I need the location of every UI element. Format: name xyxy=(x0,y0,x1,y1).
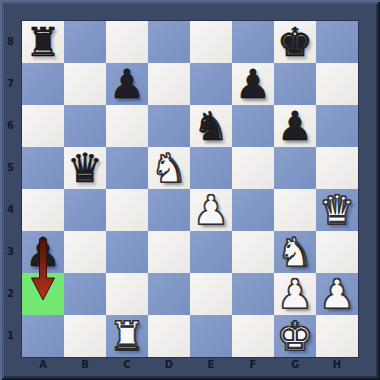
square-e3[interactable] xyxy=(190,231,232,273)
square-c7[interactable]: ♟ xyxy=(106,63,148,105)
square-f1[interactable] xyxy=(232,315,274,357)
square-h4[interactable]: ♛ xyxy=(316,189,358,231)
rank-label-2: 2 xyxy=(2,273,19,315)
square-a7[interactable] xyxy=(22,63,64,105)
square-d3[interactable] xyxy=(148,231,190,273)
square-g8[interactable]: ♚ xyxy=(274,21,316,63)
square-f5[interactable] xyxy=(232,147,274,189)
black-king[interactable]: ♚ xyxy=(277,22,313,62)
black-pawn[interactable]: ♟ xyxy=(277,106,313,146)
square-h1[interactable] xyxy=(316,315,358,357)
square-c8[interactable] xyxy=(106,21,148,63)
square-d1[interactable] xyxy=(148,315,190,357)
square-a4[interactable] xyxy=(22,189,64,231)
rank-label-7: 7 xyxy=(2,63,19,105)
square-f2[interactable] xyxy=(232,273,274,315)
square-f3[interactable] xyxy=(232,231,274,273)
file-label-e: E xyxy=(190,358,232,372)
square-a3[interactable]: ♟ xyxy=(22,231,64,273)
square-f6[interactable] xyxy=(232,105,274,147)
square-d5[interactable]: ♞ xyxy=(148,147,190,189)
square-e2[interactable] xyxy=(190,273,232,315)
square-b8[interactable] xyxy=(64,21,106,63)
rank-label-8: 8 xyxy=(2,21,19,63)
square-d4[interactable] xyxy=(148,189,190,231)
square-h6[interactable] xyxy=(316,105,358,147)
square-h5[interactable] xyxy=(316,147,358,189)
black-knight[interactable]: ♞ xyxy=(193,106,229,146)
black-pawn[interactable]: ♟ xyxy=(109,64,145,104)
square-a2[interactable] xyxy=(22,273,64,315)
black-rook[interactable]: ♜ xyxy=(25,22,61,62)
square-h7[interactable] xyxy=(316,63,358,105)
square-d6[interactable] xyxy=(148,105,190,147)
white-knight[interactable]: ♞ xyxy=(277,232,313,272)
square-e6[interactable]: ♞ xyxy=(190,105,232,147)
rank-label-1: 1 xyxy=(2,315,19,357)
square-c3[interactable] xyxy=(106,231,148,273)
rank-label-4: 4 xyxy=(2,189,19,231)
chess-board: ♜♚♟♟♞♟♛♞♟♛♟♞♟♟♜♚ xyxy=(22,21,358,357)
square-g4[interactable] xyxy=(274,189,316,231)
square-g1[interactable]: ♚ xyxy=(274,315,316,357)
square-c6[interactable] xyxy=(106,105,148,147)
white-pawn[interactable]: ♟ xyxy=(277,274,313,314)
square-g2[interactable]: ♟ xyxy=(274,273,316,315)
square-b2[interactable] xyxy=(64,273,106,315)
square-b1[interactable] xyxy=(64,315,106,357)
square-c4[interactable] xyxy=(106,189,148,231)
square-c5[interactable] xyxy=(106,147,148,189)
square-e8[interactable] xyxy=(190,21,232,63)
square-e7[interactable] xyxy=(190,63,232,105)
file-label-g: G xyxy=(274,358,316,372)
square-b6[interactable] xyxy=(64,105,106,147)
square-d2[interactable] xyxy=(148,273,190,315)
square-a8[interactable]: ♜ xyxy=(22,21,64,63)
white-rook[interactable]: ♜ xyxy=(109,316,145,356)
square-g5[interactable] xyxy=(274,147,316,189)
square-c1[interactable]: ♜ xyxy=(106,315,148,357)
square-d8[interactable] xyxy=(148,21,190,63)
square-f4[interactable] xyxy=(232,189,274,231)
rank-label-3: 3 xyxy=(2,231,19,273)
square-f7[interactable]: ♟ xyxy=(232,63,274,105)
square-b7[interactable] xyxy=(64,63,106,105)
square-h3[interactable] xyxy=(316,231,358,273)
file-label-f: F xyxy=(232,358,274,372)
square-b3[interactable] xyxy=(64,231,106,273)
white-knight[interactable]: ♞ xyxy=(151,148,187,188)
square-a1[interactable] xyxy=(22,315,64,357)
square-h2[interactable]: ♟ xyxy=(316,273,358,315)
square-c2[interactable] xyxy=(106,273,148,315)
square-h8[interactable] xyxy=(316,21,358,63)
square-g3[interactable]: ♞ xyxy=(274,231,316,273)
file-label-c: C xyxy=(106,358,148,372)
white-king[interactable]: ♚ xyxy=(277,316,313,356)
black-queen[interactable]: ♛ xyxy=(67,148,103,188)
square-a6[interactable] xyxy=(22,105,64,147)
square-g6[interactable]: ♟ xyxy=(274,105,316,147)
square-e1[interactable] xyxy=(190,315,232,357)
rank-label-5: 5 xyxy=(2,147,19,189)
square-g7[interactable] xyxy=(274,63,316,105)
square-a5[interactable] xyxy=(22,147,64,189)
black-pawn[interactable]: ♟ xyxy=(235,64,271,104)
rank-label-6: 6 xyxy=(2,105,19,147)
square-b4[interactable] xyxy=(64,189,106,231)
square-b5[interactable]: ♛ xyxy=(64,147,106,189)
white-pawn[interactable]: ♟ xyxy=(319,274,355,314)
file-label-d: D xyxy=(148,358,190,372)
square-d7[interactable] xyxy=(148,63,190,105)
square-f8[interactable] xyxy=(232,21,274,63)
white-queen[interactable]: ♛ xyxy=(319,190,355,230)
black-pawn[interactable]: ♟ xyxy=(25,232,61,272)
square-e4[interactable]: ♟ xyxy=(190,189,232,231)
file-label-b: B xyxy=(64,358,106,372)
file-label-h: H xyxy=(316,358,358,372)
square-e5[interactable] xyxy=(190,147,232,189)
file-label-a: A xyxy=(22,358,64,372)
white-pawn[interactable]: ♟ xyxy=(193,190,229,230)
chess-board-frame: ♜♚♟♟♞♟♛♞♟♛♟♞♟♟♜♚ 87654321ABCDEFGH xyxy=(0,0,380,380)
